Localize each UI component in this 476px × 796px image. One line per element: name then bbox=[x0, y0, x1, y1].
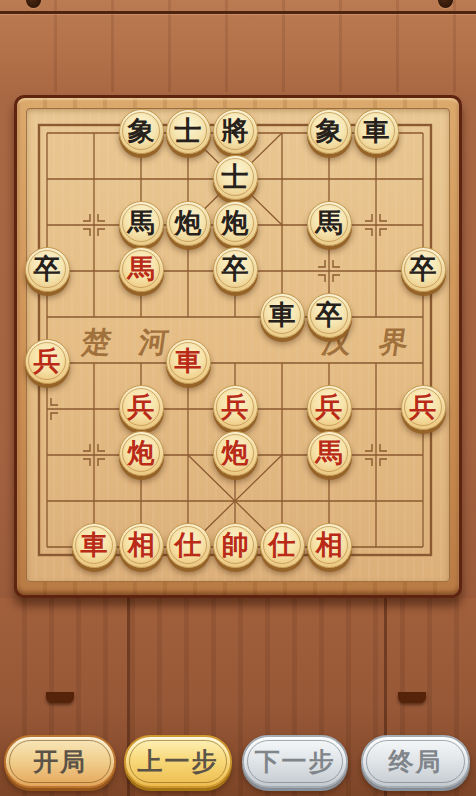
piece-black-horse[interactable]: 馬 bbox=[307, 201, 352, 246]
board-intersection: 象 bbox=[118, 110, 165, 156]
piece-red-advisor[interactable]: 仕 bbox=[260, 523, 305, 568]
piece-character: 炮 bbox=[222, 439, 249, 466]
board-intersection: 馬 bbox=[306, 202, 353, 248]
piece-character: 士 bbox=[175, 117, 202, 144]
next-move-button[interactable]: 下一步 bbox=[242, 735, 348, 788]
board-intersection: 將 bbox=[212, 110, 259, 156]
board-intersection: 兵 bbox=[24, 340, 71, 386]
piece-red-cannon[interactable]: 炮 bbox=[119, 431, 164, 476]
board-intersection: 馬 bbox=[306, 432, 353, 478]
piece-character: 馬 bbox=[316, 439, 343, 466]
xiangqi-board-grid: 象士將象車士馬炮炮馬卒馬卒卒車卒兵車兵兵兵兵炮炮馬車相仕帥仕相 bbox=[24, 110, 447, 570]
piece-character: 兵 bbox=[128, 393, 155, 420]
board-intersection: 象 bbox=[306, 110, 353, 156]
board-intersection: 卒 bbox=[306, 294, 353, 340]
board-foot bbox=[46, 692, 74, 703]
piece-red-horse[interactable]: 馬 bbox=[307, 431, 352, 476]
piece-character: 炮 bbox=[222, 209, 249, 236]
piece-red-horse[interactable]: 馬 bbox=[119, 247, 164, 292]
board-intersection: 相 bbox=[118, 524, 165, 570]
piece-black-soldier[interactable]: 卒 bbox=[307, 293, 352, 338]
wood-background-top bbox=[0, 0, 476, 92]
piece-character: 卒 bbox=[410, 255, 437, 282]
board-intersection: 車 bbox=[259, 294, 306, 340]
piece-black-horse[interactable]: 馬 bbox=[119, 201, 164, 246]
piece-character: 炮 bbox=[175, 209, 202, 236]
piece-character: 馬 bbox=[128, 209, 155, 236]
board-intersection: 兵 bbox=[212, 386, 259, 432]
piece-character: 炮 bbox=[128, 439, 155, 466]
piece-red-cannon[interactable]: 炮 bbox=[213, 431, 258, 476]
piece-red-soldier[interactable]: 兵 bbox=[25, 339, 70, 384]
end-position-label: 终局 bbox=[389, 745, 443, 778]
xiangqi-board: 楚 河 汉 界 象士將象車士馬炮炮馬卒馬卒卒車卒兵車兵兵兵兵炮炮馬車相仕帥仕相 bbox=[14, 95, 462, 598]
piece-red-elephant[interactable]: 相 bbox=[307, 523, 352, 568]
board-intersection: 兵 bbox=[306, 386, 353, 432]
piece-character: 象 bbox=[128, 117, 155, 144]
board-surface: 楚 河 汉 界 象士將象車士馬炮炮馬卒馬卒卒車卒兵車兵兵兵兵炮炮馬車相仕帥仕相 bbox=[26, 108, 450, 582]
piece-black-elephant[interactable]: 象 bbox=[307, 109, 352, 154]
piece-character: 仕 bbox=[175, 531, 202, 558]
board-intersection: 士 bbox=[165, 110, 212, 156]
board-intersection: 仕 bbox=[259, 524, 306, 570]
plank-seam bbox=[0, 11, 476, 14]
piece-character: 兵 bbox=[222, 393, 249, 420]
board-intersection: 卒 bbox=[400, 248, 447, 294]
nail-icon bbox=[26, 0, 41, 8]
board-intersection: 車 bbox=[71, 524, 118, 570]
previous-move-label: 上一步 bbox=[138, 745, 219, 778]
piece-black-soldier[interactable]: 卒 bbox=[401, 247, 446, 292]
piece-character: 相 bbox=[128, 531, 155, 558]
piece-red-soldier[interactable]: 兵 bbox=[307, 385, 352, 430]
piece-character: 卒 bbox=[316, 301, 343, 328]
piece-red-soldier[interactable]: 兵 bbox=[213, 385, 258, 430]
start-position-label: 开局 bbox=[33, 745, 87, 778]
piece-character: 兵 bbox=[34, 347, 61, 374]
piece-character: 車 bbox=[269, 301, 296, 328]
piece-character: 卒 bbox=[222, 255, 249, 282]
piece-character: 卒 bbox=[34, 255, 61, 282]
piece-black-cannon[interactable]: 炮 bbox=[166, 201, 211, 246]
piece-black-soldier[interactable]: 卒 bbox=[25, 247, 70, 292]
piece-character: 將 bbox=[222, 117, 249, 144]
piece-character: 馬 bbox=[128, 255, 155, 282]
piece-black-cannon[interactable]: 炮 bbox=[213, 201, 258, 246]
board-intersection: 車 bbox=[165, 340, 212, 386]
piece-red-elephant[interactable]: 相 bbox=[119, 523, 164, 568]
xiangqi-app: 楚 河 汉 界 象士將象車士馬炮炮馬卒馬卒卒車卒兵車兵兵兵兵炮炮馬車相仕帥仕相 … bbox=[0, 0, 476, 796]
board-intersection: 馬 bbox=[118, 248, 165, 294]
board-intersection: 兵 bbox=[400, 386, 447, 432]
piece-black-general[interactable]: 將 bbox=[213, 109, 258, 154]
piece-character: 馬 bbox=[316, 209, 343, 236]
piece-character: 士 bbox=[222, 163, 249, 190]
board-intersection: 相 bbox=[306, 524, 353, 570]
piece-character: 兵 bbox=[410, 393, 437, 420]
piece-black-soldier[interactable]: 卒 bbox=[213, 247, 258, 292]
piece-black-chariot[interactable]: 車 bbox=[260, 293, 305, 338]
next-move-label: 下一步 bbox=[255, 745, 336, 778]
end-position-button[interactable]: 终局 bbox=[361, 735, 470, 788]
board-intersection: 炮 bbox=[118, 432, 165, 478]
piece-red-chariot[interactable]: 車 bbox=[166, 339, 211, 384]
nail-icon bbox=[438, 0, 453, 8]
board-intersection: 卒 bbox=[212, 248, 259, 294]
board-intersection: 炮 bbox=[165, 202, 212, 248]
board-foot bbox=[398, 692, 426, 703]
board-intersection: 馬 bbox=[118, 202, 165, 248]
piece-character: 仕 bbox=[269, 531, 296, 558]
start-position-button[interactable]: 开局 bbox=[4, 735, 116, 788]
board-intersection: 兵 bbox=[118, 386, 165, 432]
board-intersection: 士 bbox=[212, 156, 259, 202]
piece-red-soldier[interactable]: 兵 bbox=[401, 385, 446, 430]
board-intersection: 卒 bbox=[24, 248, 71, 294]
piece-character: 車 bbox=[363, 117, 390, 144]
piece-red-advisor[interactable]: 仕 bbox=[166, 523, 211, 568]
piece-black-advisor[interactable]: 士 bbox=[213, 155, 258, 200]
piece-character: 車 bbox=[81, 531, 108, 558]
board-intersection: 帥 bbox=[212, 524, 259, 570]
piece-character: 帥 bbox=[222, 531, 249, 558]
piece-character: 兵 bbox=[316, 393, 343, 420]
piece-red-general[interactable]: 帥 bbox=[213, 523, 258, 568]
piece-red-chariot[interactable]: 車 bbox=[72, 523, 117, 568]
board-intersection: 炮 bbox=[212, 202, 259, 248]
board-intersection: 車 bbox=[353, 110, 400, 156]
piece-black-chariot[interactable]: 車 bbox=[354, 109, 399, 154]
previous-move-button[interactable]: 上一步 bbox=[124, 735, 232, 788]
piece-character: 相 bbox=[316, 531, 343, 558]
piece-red-soldier[interactable]: 兵 bbox=[119, 385, 164, 430]
piece-character: 車 bbox=[175, 347, 202, 374]
piece-black-elephant[interactable]: 象 bbox=[119, 109, 164, 154]
piece-character: 象 bbox=[316, 117, 343, 144]
board-intersection: 仕 bbox=[165, 524, 212, 570]
piece-black-advisor[interactable]: 士 bbox=[166, 109, 211, 154]
board-intersection: 炮 bbox=[212, 432, 259, 478]
